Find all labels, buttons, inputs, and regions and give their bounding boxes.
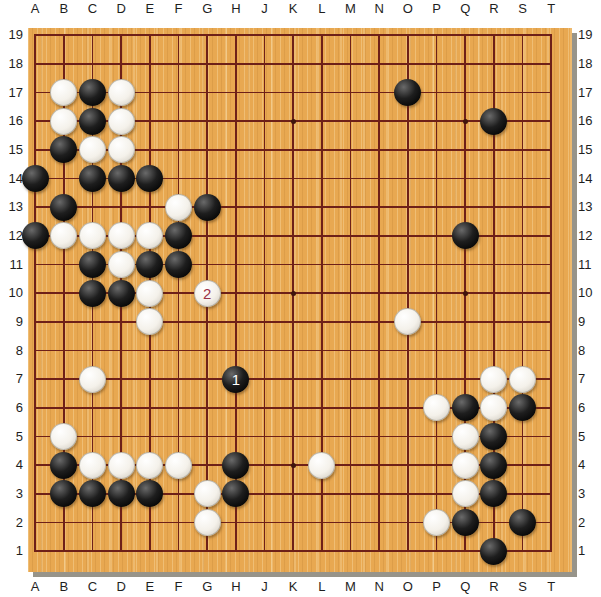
white-stone-R7 [480, 366, 507, 393]
coord-label-right-5: 5 [578, 429, 600, 445]
coord-label-top-M: M [345, 1, 356, 17]
white-stone-P2 [423, 509, 450, 536]
coord-label-bottom-P: P [432, 579, 441, 595]
white-stone-E12 [136, 222, 163, 249]
black-stone-C14 [79, 165, 106, 192]
white-stone-F4 [165, 452, 192, 479]
coord-label-right-13: 13 [578, 199, 600, 215]
white-stone-D11 [108, 251, 135, 278]
coord-label-bottom-B: B [60, 579, 69, 595]
coord-label-right-19: 19 [578, 27, 600, 43]
white-stone-D4 [108, 452, 135, 479]
coord-label-top-S: S [518, 1, 527, 17]
grid-line-horizontal [34, 350, 552, 352]
white-stone-R6 [480, 394, 507, 421]
coord-label-left-19: 19 [1, 27, 23, 43]
black-stone-S6 [509, 394, 536, 421]
coord-label-top-C: C [88, 1, 97, 17]
star-point-Q10 [463, 291, 468, 296]
coord-label-top-K: K [289, 1, 298, 17]
coord-label-top-B: B [60, 1, 69, 17]
white-stone-D17 [108, 79, 135, 106]
coord-label-bottom-S: S [518, 579, 527, 595]
star-point-K10 [291, 291, 296, 296]
coord-label-bottom-R: R [489, 579, 498, 595]
coord-label-right-8: 8 [578, 343, 600, 359]
coord-label-top-P: P [432, 1, 441, 17]
black-stone-B3 [50, 480, 77, 507]
coord-label-top-T: T [547, 1, 555, 17]
grid-line-horizontal [34, 378, 552, 380]
white-stone-Q5 [452, 423, 479, 450]
page: 21 AABBCCDDEEFFGGHHJJKKLLMMNNOOPPQQRRSST… [0, 0, 601, 597]
white-stone-D12 [108, 222, 135, 249]
coord-label-right-9: 9 [578, 314, 600, 330]
coord-label-right-3: 3 [578, 486, 600, 502]
coord-label-top-E: E [146, 1, 155, 17]
coord-label-left-5: 5 [1, 429, 23, 445]
black-stone-D3 [108, 480, 135, 507]
coord-label-left-17: 17 [1, 85, 23, 101]
coord-label-top-L: L [318, 1, 325, 17]
coord-label-left-11: 11 [1, 257, 23, 273]
coord-label-right-6: 6 [578, 400, 600, 416]
move-number-label: 1 [232, 372, 240, 387]
coord-label-bottom-M: M [345, 579, 356, 595]
black-stone-Q6 [452, 394, 479, 421]
star-point-K16 [291, 119, 296, 124]
coord-label-right-14: 14 [578, 171, 600, 187]
coord-label-top-J: J [261, 1, 268, 17]
coord-label-bottom-A: A [31, 579, 40, 595]
black-stone-G13 [194, 194, 221, 221]
coord-label-bottom-C: C [88, 579, 97, 595]
black-stone-H3 [222, 480, 249, 507]
white-stone-D15 [108, 136, 135, 163]
white-stone-L4 [308, 452, 335, 479]
white-stone-E4 [136, 452, 163, 479]
black-stone-Q12 [452, 222, 479, 249]
black-stone-Q2 [452, 509, 479, 536]
white-stone-B17 [50, 79, 77, 106]
coord-label-right-7: 7 [578, 371, 600, 387]
white-stone-E9 [136, 308, 163, 335]
black-stone-R4 [480, 452, 507, 479]
coord-label-top-G: G [202, 1, 212, 17]
grid-line-vertical [350, 34, 352, 552]
coord-label-right-16: 16 [578, 113, 600, 129]
coord-label-bottom-G: G [202, 579, 212, 595]
coord-label-right-15: 15 [578, 142, 600, 158]
black-stone-E11 [136, 251, 163, 278]
coord-label-left-16: 16 [1, 113, 23, 129]
coord-label-top-F: F [175, 1, 183, 17]
coord-label-left-12: 12 [1, 228, 23, 244]
white-stone-Q3 [452, 480, 479, 507]
black-stone-S2 [509, 509, 536, 536]
coord-label-bottom-E: E [146, 579, 155, 595]
coord-label-left-3: 3 [1, 486, 23, 502]
white-stone-B16 [50, 108, 77, 135]
white-stone-C15 [79, 136, 106, 163]
coord-label-right-2: 2 [578, 515, 600, 531]
coord-label-bottom-T: T [547, 579, 555, 595]
black-stone-C11 [79, 251, 106, 278]
coord-label-right-1: 1 [578, 543, 600, 559]
white-stone-B5 [50, 423, 77, 450]
coord-label-left-6: 6 [1, 400, 23, 416]
coord-label-bottom-N: N [375, 579, 384, 595]
coord-label-left-4: 4 [1, 457, 23, 473]
black-stone-E3 [136, 480, 163, 507]
grid-line-vertical [522, 34, 524, 552]
white-stone-B12 [50, 222, 77, 249]
coord-label-left-7: 7 [1, 371, 23, 387]
coord-label-right-17: 17 [578, 85, 600, 101]
coord-label-right-11: 11 [578, 257, 600, 273]
white-stone-D16 [108, 108, 135, 135]
coord-label-top-H: H [231, 1, 240, 17]
white-stone-C7 [79, 366, 106, 393]
black-stone-R1 [480, 538, 507, 565]
coord-label-right-10: 10 [578, 285, 600, 301]
coord-label-top-N: N [375, 1, 384, 17]
coord-label-right-18: 18 [578, 56, 600, 72]
coord-label-bottom-Q: Q [460, 579, 470, 595]
coord-label-top-R: R [489, 1, 498, 17]
coord-label-bottom-J: J [261, 579, 268, 595]
white-stone-G3 [194, 480, 221, 507]
go-board: 21 [28, 28, 572, 572]
star-point-K4 [291, 463, 296, 468]
coord-label-top-O: O [403, 1, 413, 17]
black-stone-E14 [136, 165, 163, 192]
coord-label-right-4: 4 [578, 457, 600, 473]
coord-label-left-13: 13 [1, 199, 23, 215]
black-stone-F11 [165, 251, 192, 278]
white-stone-C4 [79, 452, 106, 479]
black-stone-R16 [480, 108, 507, 135]
black-stone-C17 [79, 79, 106, 106]
coord-label-left-14: 14 [1, 171, 23, 187]
coord-label-bottom-L: L [318, 579, 325, 595]
white-stone-C12 [79, 222, 106, 249]
coord-label-left-8: 8 [1, 343, 23, 359]
grid-line-horizontal [34, 321, 552, 323]
coord-label-left-2: 2 [1, 515, 23, 531]
black-stone-D10 [108, 280, 135, 307]
black-stone-D14 [108, 165, 135, 192]
white-stone-E10 [136, 280, 163, 307]
coord-label-left-1: 1 [1, 543, 23, 559]
coord-label-top-D: D [116, 1, 125, 17]
grid-line-vertical [378, 34, 380, 552]
coord-label-top-Q: Q [460, 1, 470, 17]
black-stone-B13 [50, 194, 77, 221]
black-stone-H7: 1 [222, 366, 249, 393]
black-stone-O17 [394, 79, 421, 106]
coord-label-bottom-D: D [116, 579, 125, 595]
black-stone-C16 [79, 108, 106, 135]
white-stone-Q4 [452, 452, 479, 479]
coord-label-bottom-F: F [175, 579, 183, 595]
white-stone-S7 [509, 366, 536, 393]
coord-label-right-12: 12 [578, 228, 600, 244]
star-point-Q16 [463, 119, 468, 124]
black-stone-B4 [50, 452, 77, 479]
move-number-label: 2 [203, 286, 211, 301]
black-stone-B15 [50, 136, 77, 163]
black-stone-H4 [222, 452, 249, 479]
black-stone-C3 [79, 480, 106, 507]
black-stone-C10 [79, 280, 106, 307]
white-stone-F13 [165, 194, 192, 221]
coord-label-top-A: A [31, 1, 40, 17]
black-stone-A14 [22, 165, 49, 192]
grid-line-vertical [550, 34, 552, 552]
coord-label-bottom-O: O [403, 579, 413, 595]
coord-label-left-10: 10 [1, 285, 23, 301]
white-stone-G2 [194, 509, 221, 536]
grid-line-horizontal [34, 550, 552, 552]
black-stone-R3 [480, 480, 507, 507]
black-stone-F12 [165, 222, 192, 249]
black-stone-A12 [22, 222, 49, 249]
grid-line-vertical [436, 34, 438, 552]
coord-label-left-18: 18 [1, 56, 23, 72]
white-stone-G10: 2 [194, 280, 221, 307]
black-stone-R5 [480, 423, 507, 450]
coord-label-left-9: 9 [1, 314, 23, 330]
coord-label-bottom-K: K [289, 579, 298, 595]
white-stone-O9 [394, 308, 421, 335]
coord-label-bottom-H: H [231, 579, 240, 595]
white-stone-P6 [423, 394, 450, 421]
coord-label-left-15: 15 [1, 142, 23, 158]
grid-line-vertical [407, 34, 409, 552]
